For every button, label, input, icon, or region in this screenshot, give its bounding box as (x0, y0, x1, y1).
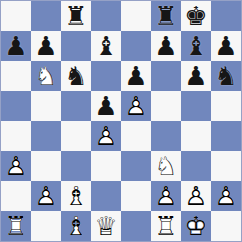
bishop-outline-glyph: ♗ (61, 181, 91, 211)
rook-glyph: ♜ (1, 211, 31, 241)
rook-outline-glyph: ♖ (1, 211, 31, 241)
square-g1[interactable]: ♚♔ (181, 211, 211, 241)
piece-white-pawn[interactable]: ♟♙ (121, 91, 151, 121)
square-f7[interactable]: ♟ (151, 31, 181, 61)
piece-black-bishop[interactable]: ♝ (91, 31, 121, 61)
piece-black-rook[interactable]: ♜ (61, 1, 91, 31)
square-h5[interactable] (211, 91, 241, 121)
knight-glyph: ♞ (31, 61, 61, 91)
square-b2[interactable]: ♟♙ (31, 181, 61, 211)
piece-black-pawn[interactable]: ♟ (31, 31, 61, 61)
square-e7[interactable] (121, 31, 151, 61)
queen-outline-glyph: ♕ (91, 211, 121, 241)
square-h8[interactable] (211, 1, 241, 31)
queen-glyph: ♛ (91, 211, 121, 241)
piece-white-bishop[interactable]: ♝♗ (61, 211, 91, 241)
pawn-glyph: ♟ (91, 121, 121, 151)
pawn-glyph: ♟ (91, 91, 121, 121)
bishop-glyph: ♝ (181, 31, 211, 61)
pawn-glyph: ♟ (1, 31, 31, 61)
piece-white-knight[interactable]: ♞♘ (151, 151, 181, 181)
pawn-outline-glyph: ♙ (121, 91, 151, 121)
king-outline-glyph: ♔ (181, 211, 211, 241)
square-d2[interactable] (91, 181, 121, 211)
rook-glyph: ♜ (151, 1, 181, 31)
square-h6[interactable]: ♞ (211, 61, 241, 91)
square-g4[interactable] (181, 121, 211, 151)
square-a1[interactable]: ♜♖ (1, 211, 31, 241)
square-g7[interactable]: ♝ (181, 31, 211, 61)
square-a2[interactable] (1, 181, 31, 211)
square-f8[interactable]: ♜ (151, 1, 181, 31)
square-g2[interactable]: ♟♙ (181, 181, 211, 211)
square-e5[interactable]: ♟♙ (121, 91, 151, 121)
pawn-glyph: ♟ (1, 151, 31, 181)
square-d6[interactable] (91, 61, 121, 91)
piece-black-pawn[interactable]: ♟ (181, 61, 211, 91)
king-glyph: ♚ (181, 211, 211, 241)
square-f1[interactable]: ♜♖ (151, 211, 181, 241)
pawn-outline-glyph: ♙ (151, 181, 181, 211)
square-b4[interactable] (31, 121, 61, 151)
square-c8[interactable]: ♜ (61, 1, 91, 31)
square-a4[interactable] (1, 121, 31, 151)
piece-black-knight[interactable]: ♞ (211, 61, 241, 91)
square-f4[interactable] (151, 121, 181, 151)
square-b3[interactable] (31, 151, 61, 181)
bishop-glyph: ♝ (91, 31, 121, 61)
square-e1[interactable] (121, 211, 151, 241)
piece-black-pawn[interactable]: ♟ (1, 31, 31, 61)
square-f3[interactable]: ♞♘ (151, 151, 181, 181)
pawn-glyph: ♟ (121, 91, 151, 121)
pawn-glyph: ♟ (151, 181, 181, 211)
pawn-outline-glyph: ♙ (1, 151, 31, 181)
square-g6[interactable]: ♟ (181, 61, 211, 91)
pawn-glyph: ♟ (121, 61, 151, 91)
square-e8[interactable] (121, 1, 151, 31)
square-c2[interactable]: ♝♗ (61, 181, 91, 211)
pawn-glyph: ♟ (31, 31, 61, 61)
square-h3[interactable] (211, 151, 241, 181)
bishop-glyph: ♝ (61, 211, 91, 241)
piece-white-pawn[interactable]: ♟♙ (91, 121, 121, 151)
pawn-glyph: ♟ (211, 31, 241, 61)
piece-white-pawn[interactable]: ♟♙ (151, 181, 181, 211)
piece-black-king[interactable]: ♚ (181, 1, 211, 31)
piece-white-rook[interactable]: ♜♖ (1, 211, 31, 241)
square-e4[interactable] (121, 121, 151, 151)
piece-white-bishop[interactable]: ♝♗ (61, 181, 91, 211)
square-g8[interactable]: ♚ (181, 1, 211, 31)
pawn-glyph: ♟ (151, 31, 181, 61)
square-c1[interactable]: ♝♗ (61, 211, 91, 241)
square-e2[interactable] (121, 181, 151, 211)
square-g3[interactable] (181, 151, 211, 181)
rook-glyph: ♜ (151, 211, 181, 241)
square-a3[interactable]: ♟♙ (1, 151, 31, 181)
square-h2[interactable]: ♟♙ (211, 181, 241, 211)
pawn-glyph: ♟ (181, 181, 211, 211)
piece-black-pawn[interactable]: ♟ (91, 91, 121, 121)
square-b1[interactable] (31, 211, 61, 241)
pawn-outline-glyph: ♙ (91, 121, 121, 151)
knight-outline-glyph: ♘ (31, 61, 61, 91)
piece-black-rook[interactable]: ♜ (151, 1, 181, 31)
square-c3[interactable] (61, 151, 91, 181)
knight-glyph: ♞ (211, 61, 241, 91)
square-d3[interactable] (91, 151, 121, 181)
square-d1[interactable]: ♛♕ (91, 211, 121, 241)
square-g5[interactable] (181, 91, 211, 121)
piece-white-queen[interactable]: ♛♕ (91, 211, 121, 241)
square-b8[interactable] (31, 1, 61, 31)
square-d4[interactable]: ♟♙ (91, 121, 121, 151)
pawn-outline-glyph: ♙ (31, 181, 61, 211)
square-b5[interactable] (31, 91, 61, 121)
pawn-glyph: ♟ (211, 181, 241, 211)
square-c4[interactable] (61, 121, 91, 151)
square-a5[interactable] (1, 91, 31, 121)
pawn-outline-glyph: ♙ (211, 181, 241, 211)
square-d7[interactable]: ♝ (91, 31, 121, 61)
square-h1[interactable] (211, 211, 241, 241)
piece-black-bishop[interactable]: ♝ (181, 31, 211, 61)
piece-white-pawn[interactable]: ♟♙ (211, 181, 241, 211)
knight-glyph: ♞ (151, 151, 181, 181)
square-a8[interactable] (1, 1, 31, 31)
king-glyph: ♚ (181, 1, 211, 31)
piece-black-knight[interactable]: ♞ (61, 61, 91, 91)
chess-board: ♜♜♚♟♟♝♟♝♟♞♘♞♟♟♞♟♟♙♟♙♟♙♞♘♟♙♝♗♟♙♟♙♟♙♜♖♝♗♛♕… (0, 0, 242, 242)
square-f6[interactable] (151, 61, 181, 91)
pawn-glyph: ♟ (181, 61, 211, 91)
rook-glyph: ♜ (61, 1, 91, 31)
square-b7[interactable]: ♟ (31, 31, 61, 61)
rook-outline-glyph: ♖ (151, 211, 181, 241)
square-a7[interactable]: ♟ (1, 31, 31, 61)
square-f5[interactable] (151, 91, 181, 121)
square-e3[interactable] (121, 151, 151, 181)
piece-white-rook[interactable]: ♜♖ (151, 211, 181, 241)
square-c6[interactable]: ♞ (61, 61, 91, 91)
piece-white-pawn[interactable]: ♟♙ (1, 151, 31, 181)
square-d8[interactable] (91, 1, 121, 31)
piece-black-pawn[interactable]: ♟ (211, 31, 241, 61)
bishop-outline-glyph: ♗ (61, 211, 91, 241)
knight-glyph: ♞ (61, 61, 91, 91)
pawn-outline-glyph: ♙ (181, 181, 211, 211)
bishop-glyph: ♝ (61, 181, 91, 211)
piece-white-pawn[interactable]: ♟♙ (31, 181, 61, 211)
square-b6[interactable]: ♞♘ (31, 61, 61, 91)
square-f2[interactable]: ♟♙ (151, 181, 181, 211)
square-h7[interactable]: ♟ (211, 31, 241, 61)
square-c7[interactable] (61, 31, 91, 61)
piece-white-knight[interactable]: ♞♘ (31, 61, 61, 91)
square-d5[interactable]: ♟ (91, 91, 121, 121)
piece-white-pawn[interactable]: ♟♙ (181, 181, 211, 211)
square-e6[interactable]: ♟ (121, 61, 151, 91)
pawn-glyph: ♟ (31, 181, 61, 211)
square-c5[interactable] (61, 91, 91, 121)
piece-white-king[interactable]: ♚♔ (181, 211, 211, 241)
piece-black-pawn[interactable]: ♟ (151, 31, 181, 61)
square-a6[interactable] (1, 61, 31, 91)
knight-outline-glyph: ♘ (151, 151, 181, 181)
piece-black-pawn[interactable]: ♟ (121, 61, 151, 91)
square-h4[interactable] (211, 121, 241, 151)
